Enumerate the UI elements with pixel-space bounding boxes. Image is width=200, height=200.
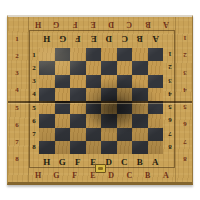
square-a3[interactable] [148,75,164,88]
file-label: F [66,170,84,182]
square-f6[interactable] [70,114,86,127]
rank-label: 6 [179,116,191,133]
square-f1[interactable] [70,48,86,61]
square-d3[interactable] [101,75,117,88]
square-c8[interactable] [117,141,133,154]
rank-label: 7 [11,134,23,151]
square-h7[interactable] [39,128,55,141]
rank-label: 8 [11,151,23,168]
square-f4[interactable] [70,88,86,101]
product-photo: HGFEDCBA HGFEDCBA 12345678 12345678 1234… [0,0,200,200]
square-b3[interactable] [132,75,148,88]
rank-label: 2 [164,61,176,74]
file-label: D [102,18,120,30]
file-label: F [66,18,84,30]
square-g7[interactable] [55,128,71,141]
rank-label: 2 [179,47,191,64]
square-b2[interactable] [132,61,148,74]
file-label: B [132,156,148,168]
rank-label: 1 [179,30,191,47]
file-label: G [47,18,65,30]
square-b7[interactable] [132,128,148,141]
file-label: E [84,18,102,30]
file-label: B [139,18,157,30]
file-label: C [117,156,133,168]
file-label: F [70,33,86,45]
file-label: H [39,33,55,45]
rank-label: 8 [179,151,191,168]
square-d6[interactable] [101,114,117,127]
square-f3[interactable] [70,75,86,88]
square-d2[interactable] [101,61,117,74]
square-g2[interactable] [55,61,71,74]
square-h8[interactable] [39,141,55,154]
square-e6[interactable] [86,114,102,127]
square-a2[interactable] [148,61,164,74]
rank-label: 7 [164,128,176,141]
rank-label: 6 [11,116,23,133]
square-a4[interactable] [148,88,164,101]
rank-label: 1 [164,48,176,61]
square-h6[interactable] [39,114,55,127]
square-e7[interactable] [86,128,102,141]
square-h1[interactable] [39,48,55,61]
file-label: G [47,170,65,182]
brass-clasp-keeper [98,167,103,170]
square-e8[interactable] [86,141,102,154]
square-g3[interactable] [55,75,71,88]
square-c1[interactable] [117,48,133,61]
file-label: A [148,156,164,168]
square-c7[interactable] [117,128,133,141]
rank-label: 4 [164,88,176,101]
rank-label: 7 [179,134,191,151]
file-label: H [29,18,47,30]
square-h4[interactable] [39,88,55,101]
square-g1[interactable] [55,48,71,61]
file-label: A [157,18,175,30]
square-c6[interactable] [117,114,133,127]
square-g8[interactable] [55,141,71,154]
square-f2[interactable] [70,61,86,74]
square-a8[interactable] [148,141,164,154]
rank-label: 3 [179,65,191,82]
brass-clasp [95,164,106,173]
file-label: H [39,156,55,168]
file-label: C [120,18,138,30]
square-b4[interactable] [132,88,148,101]
frame-seam-left [28,17,29,182]
file-label: E [86,33,102,45]
file-labels-top-outer: HGFEDCBA [29,18,175,30]
file-labels-top-inner: HGFEDCBA [39,33,163,45]
rank-label: 3 [164,75,176,88]
square-b6[interactable] [132,114,148,127]
square-g4[interactable] [55,88,71,101]
square-e1[interactable] [86,48,102,61]
rank-labels-right-outer: 12345678 [179,30,191,168]
square-b8[interactable] [132,141,148,154]
square-c2[interactable] [117,61,133,74]
file-label: A [148,33,164,45]
file-label: G [55,33,71,45]
rank-label: 2 [11,47,23,64]
rank-label: 4 [179,82,191,99]
file-label: F [70,156,86,168]
file-label: A [157,170,175,182]
square-d4[interactable] [101,88,117,101]
file-label: H [29,170,47,182]
rank-label: 6 [164,114,176,127]
square-f7[interactable] [70,128,86,141]
square-g6[interactable] [55,114,71,127]
file-label: G [55,156,71,168]
square-h3[interactable] [39,75,55,88]
square-e4[interactable] [86,88,102,101]
square-h2[interactable] [39,61,55,74]
chessboard: HGFEDCBA HGFEDCBA 12345678 12345678 1234… [7,15,193,185]
file-label: B [139,170,157,182]
rank-label: 3 [11,65,23,82]
rank-labels-left-outer: 12345678 [11,30,23,168]
square-c3[interactable] [117,75,133,88]
rank-label: 4 [11,82,23,99]
square-b1[interactable] [132,48,148,61]
file-label: D [101,33,117,45]
square-d8[interactable] [101,141,117,154]
file-label: C [117,33,133,45]
fold-hinge-highlight [8,103,192,104]
square-d7[interactable] [101,128,117,141]
file-label: B [132,33,148,45]
square-a6[interactable] [148,114,164,127]
square-f8[interactable] [70,141,86,154]
square-e2[interactable] [86,61,102,74]
square-e3[interactable] [86,75,102,88]
square-c4[interactable] [117,88,133,101]
square-a7[interactable] [148,128,164,141]
square-a1[interactable] [148,48,164,61]
rank-label: 1 [11,30,23,47]
rank-label: 8 [164,141,176,154]
file-label: C [120,170,138,182]
square-d1[interactable] [101,48,117,61]
